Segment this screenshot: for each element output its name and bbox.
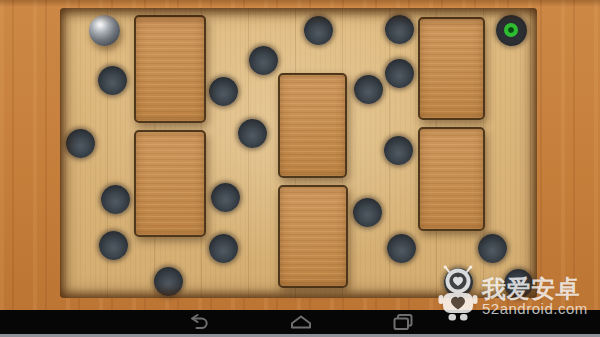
steel-ball [89,15,120,46]
hole [384,136,413,165]
hole [211,183,240,212]
hole [154,267,183,296]
phone-screen: 我爱安卓 52android.com [0,0,600,337]
hole [354,75,383,104]
hole [353,198,382,227]
goal-green-ring [504,23,518,37]
wall-block [418,127,485,231]
hole [387,234,416,263]
hole [385,59,414,88]
hole [385,15,414,44]
hole [209,77,238,106]
hole [238,119,267,148]
android-navbar [0,310,600,337]
back-button[interactable] [170,310,226,334]
hole [98,66,127,95]
hole [504,269,533,298]
recents-icon [391,313,415,331]
wall-block [418,17,485,120]
hole [478,234,507,263]
wall-block [134,130,206,237]
back-icon [186,314,210,331]
hole [66,129,95,158]
recents-button[interactable] [375,310,431,334]
wall-block [278,185,348,288]
hole [304,16,333,45]
hole [209,234,238,263]
goal-hole [496,15,527,46]
hole [249,46,278,75]
wall-block [134,15,206,123]
home-icon [289,314,313,330]
wall-block [278,73,347,178]
maze-board[interactable] [60,8,537,298]
hole [99,231,128,260]
home-button[interactable] [273,310,329,334]
hole [101,185,130,214]
hole [444,268,473,297]
